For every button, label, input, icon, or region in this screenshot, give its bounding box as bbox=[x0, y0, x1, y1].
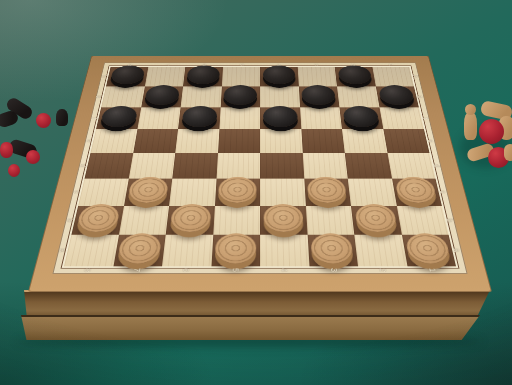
square[interactable] bbox=[85, 153, 133, 178]
box-front-upper-half bbox=[24, 290, 490, 317]
dark-checker[interactable] bbox=[378, 85, 415, 105]
square[interactable] bbox=[396, 206, 448, 235]
dark-checker[interactable] bbox=[144, 85, 180, 105]
square[interactable] bbox=[137, 107, 181, 129]
square[interactable] bbox=[169, 178, 216, 205]
square[interactable] bbox=[220, 86, 260, 107]
square[interactable] bbox=[181, 86, 222, 107]
square[interactable] bbox=[218, 129, 260, 153]
square[interactable] bbox=[260, 129, 302, 153]
square[interactable] bbox=[128, 153, 175, 178]
square[interactable] bbox=[260, 67, 298, 87]
light-checker[interactable] bbox=[117, 233, 162, 263]
wood-pawn-head bbox=[465, 104, 476, 115]
square[interactable] bbox=[345, 153, 392, 178]
square[interactable] bbox=[401, 235, 456, 267]
light-checker[interactable] bbox=[263, 204, 303, 232]
dark-checker[interactable] bbox=[263, 66, 296, 85]
box-front-lower-half bbox=[21, 315, 480, 340]
square[interactable] bbox=[183, 67, 223, 87]
square[interactable] bbox=[387, 153, 435, 178]
square[interactable] bbox=[175, 129, 219, 153]
light-checker[interactable] bbox=[218, 177, 257, 203]
light-checker[interactable] bbox=[170, 204, 212, 232]
square[interactable] bbox=[305, 206, 354, 235]
square[interactable] bbox=[178, 107, 220, 129]
lying-wood-chess-piece[interactable] bbox=[504, 144, 512, 161]
square[interactable] bbox=[133, 129, 178, 153]
square[interactable] bbox=[375, 86, 418, 107]
dark-checker[interactable] bbox=[186, 66, 220, 85]
light-checker[interactable] bbox=[395, 177, 438, 203]
red-felt-base bbox=[26, 150, 40, 164]
square[interactable] bbox=[96, 107, 141, 129]
square[interactable] bbox=[372, 67, 414, 87]
square[interactable] bbox=[219, 107, 260, 129]
dark-checker[interactable] bbox=[109, 66, 145, 85]
square[interactable] bbox=[335, 67, 376, 87]
square[interactable] bbox=[216, 153, 260, 178]
square[interactable] bbox=[162, 235, 213, 267]
photo-scene: 87654321 87654321 hgfedcba hgfedcba bbox=[0, 0, 512, 385]
square[interactable] bbox=[166, 206, 215, 235]
standing-black-pawn[interactable] bbox=[56, 109, 68, 126]
light-checker[interactable] bbox=[307, 177, 347, 203]
square[interactable] bbox=[213, 206, 260, 235]
square[interactable] bbox=[379, 107, 424, 129]
square[interactable] bbox=[113, 235, 166, 267]
square[interactable] bbox=[124, 178, 173, 205]
square[interactable] bbox=[172, 153, 217, 178]
light-checker[interactable] bbox=[405, 233, 452, 263]
light-checker[interactable] bbox=[311, 233, 354, 263]
dark-checker[interactable] bbox=[342, 106, 379, 127]
square[interactable] bbox=[215, 178, 260, 205]
square[interactable] bbox=[106, 67, 148, 87]
board-surface: 87654321 87654321 hgfedcba hgfedcba bbox=[52, 63, 467, 274]
red-felt-base bbox=[36, 113, 51, 128]
square[interactable] bbox=[101, 86, 144, 107]
red-chess-piece[interactable] bbox=[0, 142, 13, 158]
dark-checker[interactable] bbox=[181, 106, 217, 127]
square[interactable] bbox=[141, 86, 183, 107]
square[interactable] bbox=[337, 86, 379, 107]
square[interactable] bbox=[145, 67, 186, 87]
square[interactable] bbox=[383, 129, 430, 153]
square[interactable] bbox=[354, 235, 407, 267]
red-felt-base bbox=[8, 164, 20, 177]
light-checker[interactable] bbox=[76, 204, 121, 232]
square[interactable] bbox=[260, 235, 309, 267]
light-checker[interactable] bbox=[354, 204, 397, 232]
board-grid bbox=[64, 67, 456, 267]
square[interactable] bbox=[222, 67, 260, 87]
dark-checker[interactable] bbox=[301, 85, 336, 105]
square[interactable] bbox=[351, 206, 402, 235]
square[interactable] bbox=[342, 129, 387, 153]
dark-checker[interactable] bbox=[337, 66, 372, 85]
square[interactable] bbox=[78, 178, 128, 205]
light-checker[interactable] bbox=[127, 177, 169, 203]
square[interactable] bbox=[298, 86, 339, 107]
square[interactable] bbox=[304, 178, 351, 205]
board-frame: 87654321 87654321 hgfedcba hgfedcba bbox=[28, 56, 492, 292]
dark-checker[interactable] bbox=[263, 106, 298, 127]
square[interactable] bbox=[260, 86, 300, 107]
square[interactable] bbox=[348, 178, 397, 205]
square[interactable] bbox=[302, 153, 347, 178]
square[interactable] bbox=[71, 206, 123, 235]
square[interactable] bbox=[260, 206, 307, 235]
square[interactable] bbox=[301, 129, 345, 153]
square[interactable] bbox=[64, 235, 119, 267]
square[interactable] bbox=[307, 235, 358, 267]
square[interactable] bbox=[300, 107, 342, 129]
square[interactable] bbox=[90, 129, 137, 153]
square[interactable] bbox=[392, 178, 442, 205]
standing-wood-pawn[interactable] bbox=[464, 112, 477, 140]
coords-near-edge: 87654321 bbox=[62, 266, 457, 273]
square[interactable] bbox=[339, 107, 383, 129]
square[interactable] bbox=[297, 67, 337, 87]
dark-checker[interactable] bbox=[100, 106, 139, 127]
dark-checker[interactable] bbox=[223, 85, 257, 105]
square[interactable] bbox=[211, 235, 260, 267]
red-felt-base bbox=[479, 119, 504, 144]
square[interactable] bbox=[119, 206, 170, 235]
square[interactable] bbox=[260, 107, 301, 129]
light-checker[interactable] bbox=[215, 233, 257, 263]
square[interactable] bbox=[260, 153, 304, 178]
square[interactable] bbox=[260, 178, 305, 205]
